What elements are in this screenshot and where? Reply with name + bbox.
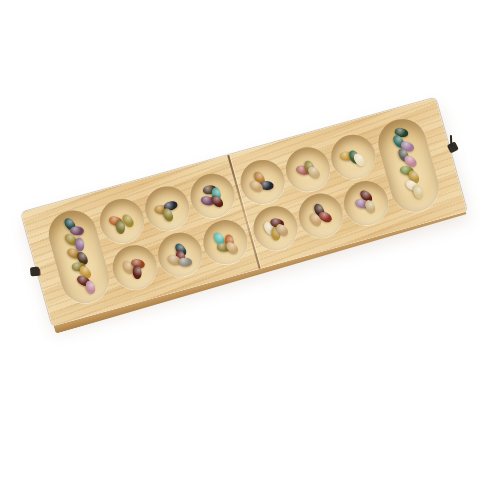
pit-back-4[interactable] (236, 155, 290, 209)
seed-bead (411, 184, 424, 200)
pit-front-3[interactable] (198, 215, 252, 269)
pit-back-5[interactable] (281, 142, 335, 196)
pit-front-4[interactable] (248, 201, 302, 255)
mancala-board (21, 98, 467, 327)
pit-back-3[interactable] (185, 169, 239, 223)
pit-back-6[interactable] (326, 130, 380, 184)
pit-front-6[interactable] (339, 176, 393, 230)
latch-right (447, 141, 459, 153)
seed-bead (178, 257, 193, 267)
pit-front-5[interactable] (294, 189, 348, 243)
seed-bead (363, 198, 377, 215)
seed-bead (84, 279, 96, 295)
pit-back-1[interactable] (95, 194, 149, 248)
pit-front-2[interactable] (153, 228, 207, 282)
seed-bead (351, 151, 366, 168)
product-photo (0, 0, 500, 500)
pit-back-2[interactable] (140, 181, 194, 235)
pit-front-1[interactable] (108, 240, 162, 294)
latch-left (30, 267, 40, 277)
